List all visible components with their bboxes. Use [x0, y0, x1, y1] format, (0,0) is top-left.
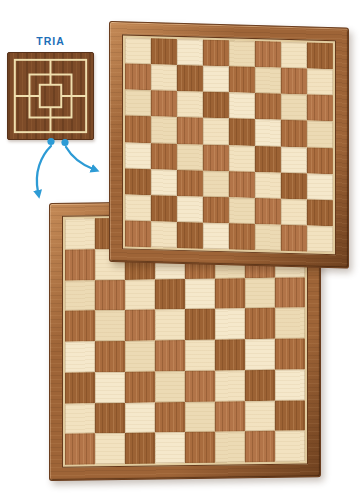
square: [203, 144, 229, 171]
square: [245, 339, 275, 370]
square: [275, 308, 305, 339]
square: [185, 370, 215, 401]
square: [215, 278, 245, 309]
square: [229, 119, 255, 146]
square: [255, 224, 281, 251]
square: [307, 121, 333, 148]
arrow-to-back-board: [66, 147, 93, 169]
square: [185, 432, 215, 463]
morris-inner-square: [40, 85, 61, 107]
square: [245, 400, 275, 431]
square: [245, 431, 275, 462]
square: [125, 341, 155, 372]
square: [65, 372, 95, 403]
square: [65, 280, 95, 311]
square: [255, 119, 281, 146]
square: [177, 222, 203, 249]
square: [177, 143, 203, 170]
square: [255, 93, 281, 120]
square: [275, 369, 305, 400]
square: [215, 401, 245, 432]
square: [125, 371, 155, 402]
square: [215, 309, 245, 340]
checkerboard-grid-back: [125, 37, 333, 252]
square: [65, 249, 95, 280]
square: [125, 194, 151, 221]
square: [95, 402, 125, 433]
square: [281, 199, 307, 226]
square: [281, 225, 307, 252]
square: [215, 339, 245, 370]
square: [155, 309, 185, 340]
arrow-to-front-board: [37, 146, 51, 192]
square: [307, 225, 333, 252]
square: [125, 37, 151, 64]
square: [95, 433, 125, 464]
square: [203, 92, 229, 119]
square: [151, 117, 177, 144]
product-image: TRIA: [0, 0, 363, 500]
square: [185, 278, 215, 309]
square: [255, 41, 281, 68]
square: [215, 432, 245, 463]
square: [155, 432, 185, 463]
square: [229, 40, 255, 67]
square: [125, 220, 151, 247]
square: [281, 68, 307, 95]
tria-board: [7, 52, 94, 140]
square: [177, 39, 203, 66]
board-field: [122, 34, 336, 255]
square: [65, 434, 95, 465]
square: [245, 308, 275, 339]
square: [307, 43, 333, 70]
square: [125, 433, 155, 464]
square: [203, 223, 229, 250]
square: [95, 310, 125, 341]
square: [125, 64, 151, 91]
square: [151, 38, 177, 65]
square: [151, 143, 177, 170]
square: [203, 170, 229, 197]
square: [95, 372, 125, 403]
square: [203, 40, 229, 67]
square: [65, 311, 95, 342]
square: [255, 172, 281, 199]
square: [281, 146, 307, 173]
square: [125, 310, 155, 341]
morris-lines: [15, 60, 86, 132]
square: [177, 91, 203, 118]
square: [307, 199, 333, 226]
square: [125, 142, 151, 169]
square: [245, 370, 275, 401]
square: [177, 117, 203, 144]
square: [125, 168, 151, 195]
square: [185, 309, 215, 340]
square: [151, 64, 177, 91]
morris-pattern: [8, 53, 93, 139]
square: [203, 66, 229, 93]
square: [255, 198, 281, 225]
square: [281, 172, 307, 199]
square: [255, 146, 281, 173]
square: [281, 42, 307, 69]
square: [125, 90, 151, 117]
square: [275, 277, 305, 308]
square: [307, 173, 333, 200]
square: [185, 340, 215, 371]
square: [245, 277, 275, 308]
square: [177, 196, 203, 223]
square: [95, 279, 125, 310]
square: [281, 94, 307, 121]
square: [203, 118, 229, 145]
square: [281, 120, 307, 147]
square: [155, 340, 185, 371]
square: [151, 221, 177, 248]
square: [229, 145, 255, 172]
square: [125, 279, 155, 310]
square: [215, 370, 245, 401]
square: [185, 401, 215, 432]
square: [151, 90, 177, 117]
square: [155, 402, 185, 433]
square: [275, 431, 305, 462]
square: [255, 67, 281, 94]
square: [229, 66, 255, 93]
square: [229, 223, 255, 250]
square: [307, 69, 333, 96]
square: [229, 93, 255, 120]
square: [125, 402, 155, 433]
square: [151, 169, 177, 196]
square: [177, 65, 203, 92]
chessboard-back: [109, 21, 349, 269]
tria-label: TRIA: [7, 35, 94, 48]
square: [155, 371, 185, 402]
square: [307, 147, 333, 174]
square: [65, 341, 95, 372]
square: [229, 197, 255, 224]
square: [151, 195, 177, 222]
square: [155, 279, 185, 310]
square: [95, 341, 125, 372]
square: [275, 338, 305, 369]
square: [275, 400, 305, 431]
square: [203, 196, 229, 223]
square: [177, 170, 203, 197]
square: [125, 116, 151, 143]
square: [65, 403, 95, 434]
square: [229, 171, 255, 198]
square: [65, 218, 95, 249]
square: [307, 95, 333, 122]
